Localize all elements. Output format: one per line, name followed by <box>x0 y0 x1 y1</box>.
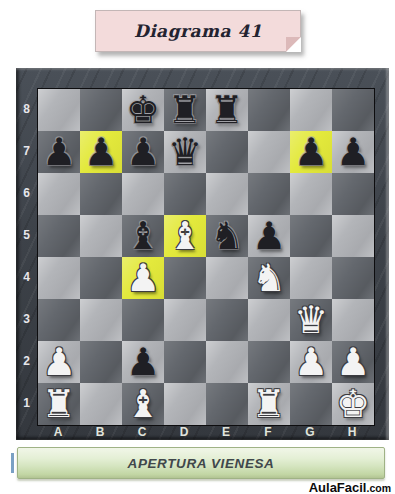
piece-bK-c8: ♚ <box>122 89 164 131</box>
square-d3 <box>164 299 206 341</box>
square-h5 <box>332 215 374 257</box>
file-label-b: B <box>79 426 121 440</box>
square-f3 <box>248 299 290 341</box>
square-g4 <box>290 257 332 299</box>
piece-bP-c7: ♟ <box>122 131 164 173</box>
square-b3 <box>80 299 122 341</box>
square-a5 <box>38 215 80 257</box>
square-g1 <box>290 383 332 425</box>
square-e4 <box>206 257 248 299</box>
square-a2: ♟ <box>38 341 80 383</box>
square-g2: ♟ <box>290 341 332 383</box>
square-b6 <box>80 173 122 215</box>
square-e1 <box>206 383 248 425</box>
rank-label-7: 7 <box>16 130 37 172</box>
left-margin-tick <box>11 453 14 473</box>
chess-board-frame: 87654321 ♚♜♜♟♟♟♛♟♟♝♝♞♟♟♞♛♟♟♟♟♜♝♜♚ ABCDEF… <box>16 68 389 440</box>
chess-board: ♚♜♜♟♟♟♛♟♟♝♝♞♟♟♞♛♟♟♟♟♜♝♜♚ <box>37 88 375 426</box>
piece-wP-g2: ♟ <box>290 341 332 383</box>
square-g6 <box>290 173 332 215</box>
rank-label-6: 6 <box>16 172 37 214</box>
square-a6 <box>38 173 80 215</box>
file-label-e: E <box>205 426 247 440</box>
file-labels: ABCDEFGH <box>37 426 375 440</box>
square-c5: ♝ <box>122 215 164 257</box>
square-d2 <box>164 341 206 383</box>
piece-wP-a2: ♟ <box>38 341 80 383</box>
rank-label-4: 4 <box>16 256 37 298</box>
square-f8 <box>248 89 290 131</box>
square-f6 <box>248 173 290 215</box>
square-f2 <box>248 341 290 383</box>
square-d5: ♝ <box>164 215 206 257</box>
piece-bP-b7: ♟ <box>80 131 122 173</box>
piece-wB-c1: ♝ <box>122 383 164 425</box>
square-a7: ♟ <box>38 131 80 173</box>
piece-bB-c5: ♝ <box>122 215 164 257</box>
square-c2: ♟ <box>122 341 164 383</box>
piece-wP-h2: ♟ <box>332 341 374 383</box>
piece-wN-f4: ♞ <box>248 257 290 299</box>
square-e3 <box>206 299 248 341</box>
square-c7: ♟ <box>122 131 164 173</box>
piece-wB-d5: ♝ <box>164 215 206 257</box>
square-g3: ♛ <box>290 299 332 341</box>
rank-label-3: 3 <box>16 298 37 340</box>
square-b2 <box>80 341 122 383</box>
square-e5: ♞ <box>206 215 248 257</box>
square-h4 <box>332 257 374 299</box>
piece-bN-e5: ♞ <box>206 215 248 257</box>
page: Diagrama 41 87654321 ♚♜♜♟♟♟♛♟♟♝♝♞♟♟♞♛♟♟♟… <box>0 0 395 494</box>
diagram-title-note: Diagrama 41 <box>95 10 301 52</box>
piece-bP-c2: ♟ <box>122 341 164 383</box>
square-f5: ♟ <box>248 215 290 257</box>
square-h7: ♟ <box>332 131 374 173</box>
file-label-f: F <box>247 426 289 440</box>
file-label-a: A <box>37 426 79 440</box>
square-g5 <box>290 215 332 257</box>
piece-bQ-d7: ♛ <box>164 131 206 173</box>
caption-text: APERTURA VIENESA <box>128 456 275 471</box>
square-a3 <box>38 299 80 341</box>
square-c8: ♚ <box>122 89 164 131</box>
square-d1 <box>164 383 206 425</box>
square-b7: ♟ <box>80 131 122 173</box>
square-d4 <box>164 257 206 299</box>
diagram-title: Diagrama 41 <box>134 21 262 41</box>
square-c6 <box>122 173 164 215</box>
square-f1: ♜ <box>248 383 290 425</box>
folded-corner-icon <box>286 37 301 52</box>
rank-label-1: 1 <box>16 382 37 424</box>
square-d7: ♛ <box>164 131 206 173</box>
square-h1: ♚ <box>332 383 374 425</box>
square-b4 <box>80 257 122 299</box>
square-c4: ♟ <box>122 257 164 299</box>
piece-bR-d8: ♜ <box>164 89 206 131</box>
square-a8 <box>38 89 80 131</box>
file-label-c: C <box>121 426 163 440</box>
rank-labels: 87654321 <box>16 88 37 424</box>
square-e8: ♜ <box>206 89 248 131</box>
square-h8 <box>332 89 374 131</box>
square-b5 <box>80 215 122 257</box>
file-label-h: H <box>331 426 373 440</box>
piece-bP-a7: ♟ <box>38 131 80 173</box>
piece-bR-e8: ♜ <box>206 89 248 131</box>
piece-wP-c4: ♟ <box>122 257 164 299</box>
piece-wR-f1: ♜ <box>248 383 290 425</box>
piece-bP-h7: ♟ <box>332 131 374 173</box>
site-attribution: AulaFacil.com <box>309 478 391 494</box>
site-brand: AulaFacil <box>309 480 367 494</box>
square-f4: ♞ <box>248 257 290 299</box>
square-d6 <box>164 173 206 215</box>
file-label-g: G <box>289 426 331 440</box>
square-g8 <box>290 89 332 131</box>
square-a1: ♜ <box>38 383 80 425</box>
piece-bP-f5: ♟ <box>248 215 290 257</box>
square-b1 <box>80 383 122 425</box>
square-c1: ♝ <box>122 383 164 425</box>
square-e6 <box>206 173 248 215</box>
piece-wQ-g3: ♛ <box>290 299 332 341</box>
square-h2: ♟ <box>332 341 374 383</box>
square-h3 <box>332 299 374 341</box>
piece-wR-a1: ♜ <box>38 383 80 425</box>
rank-label-8: 8 <box>16 88 37 130</box>
piece-bP-g7: ♟ <box>290 131 332 173</box>
square-e2 <box>206 341 248 383</box>
rank-label-5: 5 <box>16 214 37 256</box>
square-c3 <box>122 299 164 341</box>
square-f7 <box>248 131 290 173</box>
square-e7 <box>206 131 248 173</box>
caption-bar: APERTURA VIENESA <box>17 447 385 479</box>
square-b8 <box>80 89 122 131</box>
file-label-d: D <box>163 426 205 440</box>
square-d8: ♜ <box>164 89 206 131</box>
square-a4 <box>38 257 80 299</box>
site-suffix: .com <box>366 482 391 494</box>
square-h6 <box>332 173 374 215</box>
square-g7: ♟ <box>290 131 332 173</box>
piece-wK-h1: ♚ <box>332 383 374 425</box>
rank-label-2: 2 <box>16 340 37 382</box>
